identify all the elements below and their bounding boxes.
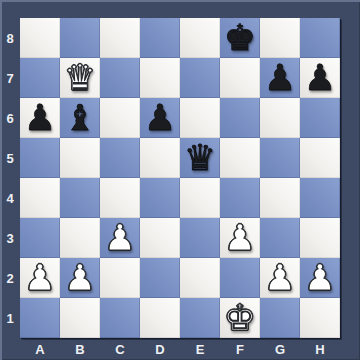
square-d4[interactable] xyxy=(140,178,180,218)
square-h8[interactable] xyxy=(300,18,340,58)
chess-board: ♚♛♟♟♟♝♟♛♟♟♟♟♟♟♚ xyxy=(20,18,340,338)
square-d3[interactable] xyxy=(140,218,180,258)
piece-black-queen[interactable]: ♛ xyxy=(184,138,216,178)
square-h4[interactable] xyxy=(300,178,340,218)
square-a5[interactable] xyxy=(20,138,60,178)
square-c5[interactable] xyxy=(100,138,140,178)
piece-black-pawn[interactable]: ♟ xyxy=(144,98,176,138)
file-label-e: E xyxy=(180,338,220,360)
square-a3[interactable] xyxy=(20,218,60,258)
square-d6[interactable]: ♟ xyxy=(140,98,180,138)
square-a4[interactable] xyxy=(20,178,60,218)
square-h5[interactable] xyxy=(300,138,340,178)
square-h3[interactable] xyxy=(300,218,340,258)
square-b6[interactable]: ♝ xyxy=(60,98,100,138)
piece-white-pawn[interactable]: ♟ xyxy=(304,258,336,298)
piece-black-pawn[interactable]: ♟ xyxy=(304,58,336,98)
square-e6[interactable] xyxy=(180,98,220,138)
piece-black-bishop[interactable]: ♝ xyxy=(64,98,96,138)
square-f8[interactable]: ♚ xyxy=(220,18,260,58)
square-b5[interactable] xyxy=(60,138,100,178)
square-c7[interactable] xyxy=(100,58,140,98)
square-h6[interactable] xyxy=(300,98,340,138)
square-g1[interactable] xyxy=(260,298,300,338)
piece-white-pawn[interactable]: ♟ xyxy=(224,218,256,258)
square-f7[interactable] xyxy=(220,58,260,98)
piece-white-queen[interactable]: ♛ xyxy=(64,58,96,98)
piece-black-king[interactable]: ♚ xyxy=(224,18,256,58)
rank-label-2: 2 xyxy=(0,258,20,298)
square-g8[interactable] xyxy=(260,18,300,58)
rank-label-4: 4 xyxy=(0,178,20,218)
square-c6[interactable] xyxy=(100,98,140,138)
rank-label-5: 5 xyxy=(0,138,20,178)
rank-labels: 87654321 xyxy=(0,18,20,338)
square-e8[interactable] xyxy=(180,18,220,58)
piece-white-pawn[interactable]: ♟ xyxy=(104,218,136,258)
rank-label-1: 1 xyxy=(0,298,20,338)
square-b2[interactable]: ♟ xyxy=(60,258,100,298)
square-c2[interactable] xyxy=(100,258,140,298)
file-label-d: D xyxy=(140,338,180,360)
square-e3[interactable] xyxy=(180,218,220,258)
square-b3[interactable] xyxy=(60,218,100,258)
square-h2[interactable]: ♟ xyxy=(300,258,340,298)
piece-black-pawn[interactable]: ♟ xyxy=(24,98,56,138)
square-c3[interactable]: ♟ xyxy=(100,218,140,258)
square-d7[interactable] xyxy=(140,58,180,98)
square-b4[interactable] xyxy=(60,178,100,218)
piece-white-pawn[interactable]: ♟ xyxy=(64,258,96,298)
square-d2[interactable] xyxy=(140,258,180,298)
square-e5[interactable]: ♛ xyxy=(180,138,220,178)
square-a7[interactable] xyxy=(20,58,60,98)
square-a6[interactable]: ♟ xyxy=(20,98,60,138)
square-g7[interactable]: ♟ xyxy=(260,58,300,98)
square-g5[interactable] xyxy=(260,138,300,178)
square-b1[interactable] xyxy=(60,298,100,338)
file-label-c: C xyxy=(100,338,140,360)
square-f1[interactable]: ♚ xyxy=(220,298,260,338)
piece-white-pawn[interactable]: ♟ xyxy=(264,258,296,298)
square-d8[interactable] xyxy=(140,18,180,58)
square-e7[interactable] xyxy=(180,58,220,98)
chess-diagram-frame: 87654321 ♚♛♟♟♟♝♟♛♟♟♟♟♟♟♚ ABCDEFGH xyxy=(0,0,360,360)
square-h7[interactable]: ♟ xyxy=(300,58,340,98)
square-d1[interactable] xyxy=(140,298,180,338)
file-label-h: H xyxy=(300,338,340,360)
file-label-f: F xyxy=(220,338,260,360)
square-e2[interactable] xyxy=(180,258,220,298)
file-label-g: G xyxy=(260,338,300,360)
square-e1[interactable] xyxy=(180,298,220,338)
square-a1[interactable] xyxy=(20,298,60,338)
square-a2[interactable]: ♟ xyxy=(20,258,60,298)
file-label-b: B xyxy=(60,338,100,360)
square-a8[interactable] xyxy=(20,18,60,58)
square-b7[interactable]: ♛ xyxy=(60,58,100,98)
square-f2[interactable] xyxy=(220,258,260,298)
rank-label-3: 3 xyxy=(0,218,20,258)
square-f5[interactable] xyxy=(220,138,260,178)
rank-label-7: 7 xyxy=(0,58,20,98)
square-e4[interactable] xyxy=(180,178,220,218)
file-label-a: A xyxy=(20,338,60,360)
square-d5[interactable] xyxy=(140,138,180,178)
piece-white-king[interactable]: ♚ xyxy=(224,298,256,338)
rank-label-6: 6 xyxy=(0,98,20,138)
square-b8[interactable] xyxy=(60,18,100,58)
square-c4[interactable] xyxy=(100,178,140,218)
piece-white-pawn[interactable]: ♟ xyxy=(24,258,56,298)
piece-black-pawn[interactable]: ♟ xyxy=(264,58,296,98)
square-f3[interactable]: ♟ xyxy=(220,218,260,258)
square-g2[interactable]: ♟ xyxy=(260,258,300,298)
square-g6[interactable] xyxy=(260,98,300,138)
square-c8[interactable] xyxy=(100,18,140,58)
square-h1[interactable] xyxy=(300,298,340,338)
rank-label-8: 8 xyxy=(0,18,20,58)
square-c1[interactable] xyxy=(100,298,140,338)
square-g4[interactable] xyxy=(260,178,300,218)
file-labels: ABCDEFGH xyxy=(20,338,340,360)
square-f6[interactable] xyxy=(220,98,260,138)
square-g3[interactable] xyxy=(260,218,300,258)
square-f4[interactable] xyxy=(220,178,260,218)
